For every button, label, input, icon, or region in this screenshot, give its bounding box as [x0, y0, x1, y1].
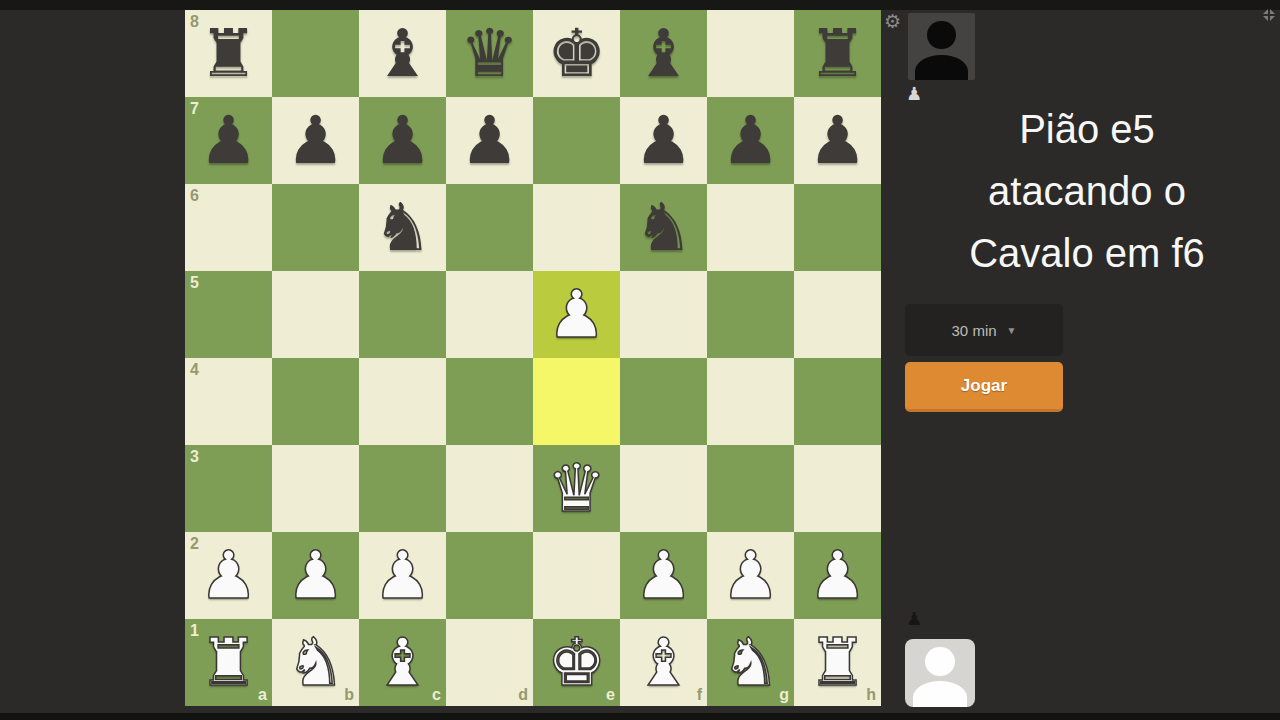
square-c1[interactable]: c♝ — [359, 619, 446, 706]
square-b8[interactable] — [272, 10, 359, 97]
bottom-letterbox-bar — [0, 713, 1280, 720]
gear-icon[interactable]: ⚙ — [884, 10, 901, 33]
square-a5[interactable]: 5 — [185, 271, 272, 358]
square-a6[interactable]: 6 — [185, 184, 272, 271]
piece-white-pawn[interactable]: ♟ — [620, 532, 707, 619]
square-e4[interactable] — [533, 358, 620, 445]
piece-white-bishop[interactable]: ♝ — [620, 619, 707, 706]
avatar-silhouette-body — [915, 55, 967, 80]
square-h6[interactable] — [794, 184, 881, 271]
square-h2[interactable]: ♟ — [794, 532, 881, 619]
avatar-silhouette-body — [913, 681, 968, 707]
square-g2[interactable]: ♟ — [707, 532, 794, 619]
square-c7[interactable]: ♟ — [359, 97, 446, 184]
square-b3[interactable] — [272, 445, 359, 532]
square-g3[interactable] — [707, 445, 794, 532]
piece-white-knight[interactable]: ♞ — [272, 619, 359, 706]
square-d3[interactable] — [446, 445, 533, 532]
square-e3[interactable]: ♛ — [533, 445, 620, 532]
square-f2[interactable]: ♟ — [620, 532, 707, 619]
piece-black-queen[interactable]: ♛ — [446, 10, 533, 97]
square-e7[interactable] — [533, 97, 620, 184]
square-d8[interactable]: ♛ — [446, 10, 533, 97]
square-f7[interactable]: ♟ — [620, 97, 707, 184]
square-e2[interactable] — [533, 532, 620, 619]
square-a8[interactable]: 8♜ — [185, 10, 272, 97]
square-e6[interactable] — [533, 184, 620, 271]
square-f8[interactable]: ♝ — [620, 10, 707, 97]
square-g4[interactable] — [707, 358, 794, 445]
play-button[interactable]: Jogar — [905, 362, 1063, 412]
lesson-caption: Pião e5 atacando o Cavalo em f6 — [898, 98, 1276, 284]
piece-black-pawn[interactable]: ♟ — [272, 97, 359, 184]
square-d6[interactable] — [446, 184, 533, 271]
piece-black-pawn[interactable]: ♟ — [794, 97, 881, 184]
piece-black-pawn[interactable]: ♟ — [359, 97, 446, 184]
piece-black-rook[interactable]: ♜ — [794, 10, 881, 97]
piece-black-pawn[interactable]: ♟ — [707, 97, 794, 184]
square-c3[interactable] — [359, 445, 446, 532]
rank-label-6: 6 — [190, 188, 199, 204]
chevron-down-icon: ▼ — [1007, 325, 1017, 336]
square-g1[interactable]: g♞ — [707, 619, 794, 706]
square-a7[interactable]: 7♟ — [185, 97, 272, 184]
square-h5[interactable] — [794, 271, 881, 358]
square-b2[interactable]: ♟ — [272, 532, 359, 619]
square-d2[interactable] — [446, 532, 533, 619]
square-h4[interactable] — [794, 358, 881, 445]
avatar-silhouette-head — [925, 647, 954, 676]
piece-black-bishop[interactable]: ♝ — [620, 10, 707, 97]
piece-white-pawn[interactable]: ♟ — [272, 532, 359, 619]
square-h3[interactable] — [794, 445, 881, 532]
piece-white-pawn[interactable]: ♟ — [533, 271, 620, 358]
square-b4[interactable] — [272, 358, 359, 445]
square-g7[interactable]: ♟ — [707, 97, 794, 184]
square-d5[interactable] — [446, 271, 533, 358]
chess-board[interactable]: 8♜♝♛♚♝♜7♟♟♟♟♟♟♟6♞♞5♟43♛2♟♟♟♟♟♟1a♜b♞c♝de♚… — [185, 10, 881, 706]
square-f5[interactable] — [620, 271, 707, 358]
piece-black-pawn[interactable]: ♟ — [446, 97, 533, 184]
square-f4[interactable] — [620, 358, 707, 445]
square-g8[interactable] — [707, 10, 794, 97]
piece-white-pawn[interactable]: ♟ — [707, 532, 794, 619]
square-e1[interactable]: e♚ — [533, 619, 620, 706]
piece-black-king[interactable]: ♚ — [533, 10, 620, 97]
square-a4[interactable]: 4 — [185, 358, 272, 445]
square-e8[interactable]: ♚ — [533, 10, 620, 97]
fullscreen-compress-icon[interactable] — [1261, 7, 1277, 23]
caption-line-2: atacando o — [898, 160, 1276, 222]
opponent-avatar[interactable] — [908, 13, 975, 80]
piece-black-knight[interactable]: ♞ — [359, 184, 446, 271]
square-c2[interactable]: ♟ — [359, 532, 446, 619]
piece-white-pawn[interactable]: ♟ — [185, 532, 272, 619]
square-a3[interactable]: 3 — [185, 445, 272, 532]
square-d7[interactable]: ♟ — [446, 97, 533, 184]
piece-white-pawn[interactable]: ♟ — [794, 532, 881, 619]
square-c4[interactable] — [359, 358, 446, 445]
square-h7[interactable]: ♟ — [794, 97, 881, 184]
player-avatar[interactable] — [905, 639, 975, 707]
square-f1[interactable]: f♝ — [620, 619, 707, 706]
piece-white-knight[interactable]: ♞ — [707, 619, 794, 706]
rank-label-4: 4 — [190, 362, 199, 378]
caption-line-1: Pião e5 — [898, 98, 1276, 160]
square-c5[interactable] — [359, 271, 446, 358]
piece-black-rook[interactable]: ♜ — [185, 10, 272, 97]
piece-white-king[interactable]: ♚ — [533, 619, 620, 706]
piece-white-rook[interactable]: ♜ — [185, 619, 272, 706]
play-button-label: Jogar — [961, 376, 1007, 396]
square-h8[interactable]: ♜ — [794, 10, 881, 97]
square-f3[interactable] — [620, 445, 707, 532]
square-f6[interactable]: ♞ — [620, 184, 707, 271]
square-c6[interactable]: ♞ — [359, 184, 446, 271]
square-h1[interactable]: h♜ — [794, 619, 881, 706]
piece-black-pawn[interactable]: ♟ — [620, 97, 707, 184]
piece-white-queen[interactable]: ♛ — [533, 445, 620, 532]
square-d1[interactable]: d — [446, 619, 533, 706]
square-g5[interactable] — [707, 271, 794, 358]
avatar-silhouette-head — [927, 21, 955, 49]
piece-white-pawn[interactable]: ♟ — [359, 532, 446, 619]
square-d4[interactable] — [446, 358, 533, 445]
square-c8[interactable]: ♝ — [359, 10, 446, 97]
square-g6[interactable] — [707, 184, 794, 271]
black-pawn-icon: ♟ — [906, 610, 922, 628]
piece-black-bishop[interactable]: ♝ — [359, 10, 446, 97]
time-control-label: 30 min — [952, 322, 997, 339]
top-letterbox-bar — [0, 0, 1280, 10]
piece-black-pawn[interactable]: ♟ — [185, 97, 272, 184]
square-b5[interactable] — [272, 271, 359, 358]
caption-line-3: Cavalo em f6 — [898, 222, 1276, 284]
square-b6[interactable] — [272, 184, 359, 271]
square-e5[interactable]: ♟ — [533, 271, 620, 358]
rank-label-3: 3 — [190, 449, 199, 465]
rank-label-5: 5 — [190, 275, 199, 291]
piece-white-bishop[interactable]: ♝ — [359, 619, 446, 706]
square-a2[interactable]: 2♟ — [185, 532, 272, 619]
piece-black-knight[interactable]: ♞ — [620, 184, 707, 271]
square-b1[interactable]: b♞ — [272, 619, 359, 706]
square-a1[interactable]: 1a♜ — [185, 619, 272, 706]
piece-white-rook[interactable]: ♜ — [794, 619, 881, 706]
time-control-dropdown[interactable]: 30 min ▼ — [905, 304, 1063, 356]
file-label-d: d — [518, 687, 528, 703]
square-b7[interactable]: ♟ — [272, 97, 359, 184]
